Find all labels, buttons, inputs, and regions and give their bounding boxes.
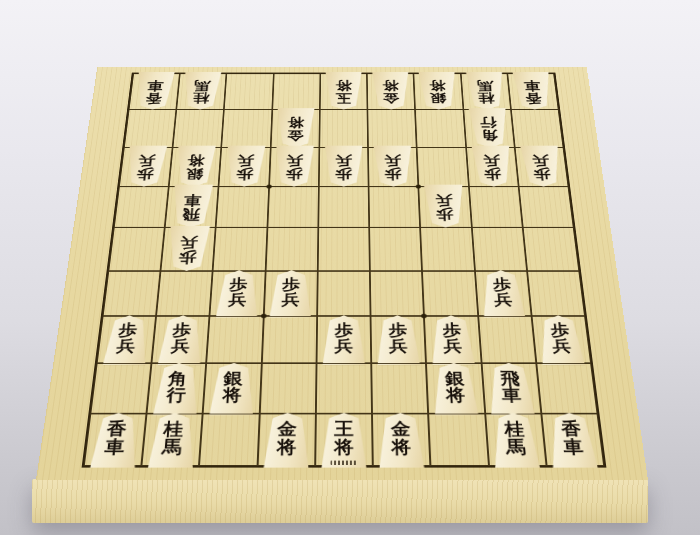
piece-fu-pawn-2f[interactable]: 歩兵 [479, 270, 528, 317]
square-3i[interactable] [428, 413, 488, 466]
square-1f[interactable] [527, 271, 585, 316]
square-6a[interactable] [272, 74, 320, 110]
square-1c[interactable]: 歩兵 [515, 147, 569, 186]
square-1h[interactable] [536, 363, 597, 413]
square-8i[interactable]: 桂馬 [142, 413, 203, 466]
square-3g[interactable]: 歩兵 [424, 316, 481, 363]
square-5h[interactable] [316, 363, 372, 413]
square-4f[interactable] [370, 271, 424, 316]
piece-kanji: 香車 [560, 420, 584, 456]
piece-kanji: 歩兵 [334, 322, 353, 354]
piece-kanji: 香車 [104, 420, 128, 456]
square-9d[interactable] [114, 187, 169, 228]
piece-fu-pawn-2c[interactable]: 歩兵 [469, 146, 514, 187]
square-5e[interactable] [318, 228, 370, 271]
piece-ginsho-silver-7h[interactable]: 銀将 [207, 363, 257, 415]
piece-fu-pawn-1g[interactable]: 歩兵 [536, 315, 587, 365]
piece-kanji: 銀将 [429, 80, 447, 104]
square-7i[interactable] [199, 413, 259, 466]
piece-kanji: 歩兵 [170, 322, 191, 354]
square-2d[interactable] [469, 187, 523, 228]
piece-kyosha-lance-1i[interactable]: 香車 [546, 413, 600, 468]
square-5c[interactable]: 歩兵 [319, 147, 369, 186]
piece-kanji: 歩兵 [236, 154, 254, 181]
board-grid: 香車桂馬玉将金将銀将桂馬香車金将角行歩兵銀将歩兵歩兵歩兵歩兵歩兵歩兵飛車歩兵歩兵… [82, 73, 607, 468]
square-1g[interactable]: 歩兵 [531, 316, 591, 363]
piece-fu-pawn-1c[interactable]: 歩兵 [518, 146, 564, 187]
square-9f[interactable] [103, 271, 161, 316]
piece-kanji: 歩兵 [116, 322, 138, 354]
piece-kanji: 金将 [382, 80, 399, 104]
square-3e[interactable] [420, 228, 474, 271]
piece-kanji: 桂馬 [476, 80, 494, 104]
piece-keima-knight-2i[interactable]: 桂馬 [489, 413, 542, 468]
piece-kanji: 金将 [391, 420, 412, 456]
square-4e[interactable] [369, 228, 422, 271]
square-9e[interactable] [108, 228, 165, 271]
piece-kanji: 王将 [334, 420, 354, 456]
piece-fu-pawn-8g[interactable]: 歩兵 [156, 315, 206, 365]
piece-fu-pawn-6c[interactable]: 歩兵 [273, 146, 316, 187]
piece-kanji: 金将 [287, 116, 304, 142]
piece-kanji: 桂馬 [504, 420, 527, 456]
piece-kanji: 歩兵 [285, 154, 303, 181]
square-9h[interactable] [90, 363, 151, 413]
square-3f[interactable] [422, 271, 478, 316]
piece-hisha-rook-8d[interactable]: 飛車 [169, 185, 215, 228]
square-4g[interactable]: 歩兵 [371, 316, 427, 363]
square-8a[interactable]: 桂馬 [176, 74, 226, 110]
piece-fu-pawn-7c[interactable]: 歩兵 [223, 146, 267, 187]
square-7c[interactable]: 歩兵 [219, 147, 271, 186]
square-8g[interactable]: 歩兵 [152, 316, 210, 363]
square-3h[interactable]: 銀将 [426, 363, 484, 413]
square-8e[interactable]: 歩兵 [161, 228, 216, 271]
piece-kanji: 金将 [277, 420, 298, 456]
square-7d[interactable] [216, 187, 269, 228]
square-6b[interactable]: 金将 [270, 110, 319, 148]
piece-keima-knight-8a[interactable]: 桂馬 [180, 72, 223, 110]
piece-osho-king-5i[interactable]: 王将 [320, 413, 369, 468]
piece-kanji: 歩兵 [442, 322, 462, 354]
square-1d[interactable] [518, 187, 573, 228]
piece-kinsho-gold-6i[interactable]: 金将 [262, 413, 312, 468]
square-2i[interactable]: 桂馬 [485, 413, 547, 466]
piece-kanji: 香車 [523, 80, 542, 104]
square-5f[interactable] [317, 271, 371, 316]
square-1i[interactable]: 香車 [541, 413, 604, 466]
piece-fu-pawn-7f[interactable]: 歩兵 [214, 270, 261, 317]
square-1a[interactable]: 香車 [507, 74, 558, 110]
piece-kanji: 歩兵 [388, 322, 408, 354]
square-5g[interactable]: 歩兵 [316, 316, 371, 363]
square-6g[interactable] [261, 316, 317, 363]
square-7e[interactable] [213, 228, 267, 271]
piece-gyokusho-king-5a[interactable]: 玉将 [324, 72, 364, 110]
piece-kanji: 銀将 [445, 370, 466, 404]
square-5a[interactable]: 玉将 [320, 74, 368, 110]
piece-fu-pawn-6f[interactable]: 歩兵 [268, 270, 314, 317]
square-8h[interactable]: 角行 [147, 363, 207, 413]
piece-kinsho-gold-6b[interactable]: 金将 [274, 108, 316, 147]
piece-kanji: 桂馬 [193, 80, 211, 104]
piece-fu-pawn-5c[interactable]: 歩兵 [323, 146, 365, 187]
square-9i[interactable]: 香車 [84, 413, 147, 466]
piece-kyosha-lance-1a[interactable]: 香車 [511, 72, 555, 110]
square-4b[interactable] [368, 110, 417, 148]
piece-fu-pawn-9g[interactable]: 歩兵 [101, 315, 152, 365]
square-6f[interactable]: 歩兵 [263, 271, 317, 316]
piece-hisha-rook-2h[interactable]: 飛車 [486, 363, 537, 415]
piece-kanji: 歩兵 [136, 154, 156, 181]
piece-kanji: 飛車 [500, 370, 522, 404]
hoshi-dot [416, 185, 421, 189]
piece-kanji: 歩兵 [281, 277, 300, 308]
piece-fu-pawn-8e[interactable]: 歩兵 [165, 226, 212, 271]
piece-fu-pawn-4g[interactable]: 歩兵 [375, 315, 422, 365]
square-3d[interactable]: 歩兵 [419, 187, 472, 228]
square-2e[interactable] [471, 228, 526, 271]
piece-ginsho-silver-3a[interactable]: 銀将 [417, 72, 459, 110]
piece-fu-pawn-3d[interactable]: 歩兵 [422, 185, 467, 228]
square-8f[interactable] [156, 271, 213, 316]
piece-kanji: 銀将 [186, 154, 205, 181]
square-3c[interactable] [417, 147, 469, 186]
square-7a[interactable] [224, 74, 273, 110]
square-2h[interactable]: 飛車 [481, 363, 541, 413]
piece-kanji: 歩兵 [384, 154, 402, 181]
square-3b[interactable] [415, 110, 465, 148]
square-9b[interactable] [124, 110, 176, 148]
square-1e[interactable] [523, 228, 580, 271]
piece-kyosha-lance-9i[interactable]: 香車 [88, 413, 142, 468]
square-6i[interactable]: 金将 [257, 413, 316, 466]
square-9g[interactable]: 歩兵 [97, 316, 157, 363]
square-4i[interactable]: 金将 [372, 413, 431, 466]
square-1b[interactable] [511, 110, 564, 148]
piece-ginsho-silver-3h[interactable]: 銀将 [431, 363, 481, 415]
piece-kanji: 歩兵 [435, 194, 454, 222]
piece-kanji: 角行 [166, 370, 188, 404]
piece-fu-pawn-4c[interactable]: 歩兵 [372, 146, 415, 187]
piece-fu-pawn-3g[interactable]: 歩兵 [428, 315, 477, 365]
square-5d[interactable] [318, 187, 369, 228]
piece-kanji: 歩兵 [178, 235, 198, 264]
square-8d[interactable]: 飛車 [165, 187, 219, 228]
piece-kanji: 歩兵 [335, 154, 352, 181]
maker-mark [331, 461, 357, 465]
square-4d[interactable] [369, 187, 421, 228]
piece-kinsho-gold-4i[interactable]: 金将 [377, 413, 427, 468]
piece-kanji: 角行 [479, 116, 498, 142]
hoshi-dot [421, 314, 427, 319]
square-2b[interactable]: 角行 [463, 110, 515, 148]
square-3a[interactable]: 銀将 [414, 74, 463, 110]
shogi-board: 香車桂馬玉将金将銀将桂馬香車金将角行歩兵銀将歩兵歩兵歩兵歩兵歩兵歩兵飛車歩兵歩兵… [36, 67, 648, 480]
square-2g[interactable] [478, 316, 536, 363]
piece-kanji: 歩兵 [228, 277, 248, 308]
square-7f[interactable]: 歩兵 [210, 271, 265, 316]
piece-kanji: 香車 [145, 80, 164, 104]
square-4h[interactable] [371, 363, 428, 413]
square-2f[interactable]: 歩兵 [475, 271, 532, 316]
piece-kanji: 歩兵 [550, 322, 572, 354]
square-9c[interactable]: 歩兵 [119, 147, 173, 186]
square-6d[interactable] [267, 187, 319, 228]
square-2a[interactable]: 桂馬 [460, 74, 510, 110]
square-6c[interactable]: 歩兵 [269, 147, 319, 186]
piece-kanji: 歩兵 [531, 154, 551, 181]
piece-kanji: 歩兵 [492, 277, 513, 308]
piece-keima-knight-8i[interactable]: 桂馬 [146, 413, 199, 468]
piece-ginsho-silver-8c[interactable]: 銀将 [173, 146, 218, 187]
piece-kanji: 銀将 [222, 370, 243, 404]
square-6h[interactable] [259, 363, 316, 413]
piece-kanji: 歩兵 [482, 154, 501, 181]
piece-fu-pawn-9c[interactable]: 歩兵 [123, 146, 169, 187]
piece-keima-knight-2a[interactable]: 桂馬 [464, 72, 507, 110]
square-8c[interactable]: 銀将 [169, 147, 222, 186]
square-5i[interactable]: 王将 [315, 413, 373, 466]
piece-kanji: 玉将 [335, 80, 351, 104]
square-8b[interactable] [173, 110, 224, 148]
square-7h[interactable]: 銀将 [203, 363, 261, 413]
square-6e[interactable] [265, 228, 318, 271]
piece-kyosha-lance-9a[interactable]: 香車 [133, 72, 177, 110]
piece-kakugyo-bishop-2b[interactable]: 角行 [467, 108, 511, 147]
piece-kakugyo-bishop-8h[interactable]: 角行 [151, 363, 202, 415]
square-7b[interactable] [222, 110, 272, 148]
square-7g[interactable] [207, 316, 264, 363]
piece-kanji: 飛車 [182, 194, 202, 222]
board-front-face [32, 479, 648, 523]
piece-kanji: 桂馬 [161, 420, 184, 456]
square-2c[interactable]: 歩兵 [466, 147, 519, 186]
piece-kinsho-gold-4a[interactable]: 金将 [371, 72, 412, 110]
square-4a[interactable]: 金将 [367, 74, 415, 110]
square-4c[interactable]: 歩兵 [368, 147, 419, 186]
piece-fu-pawn-5g[interactable]: 歩兵 [321, 315, 367, 365]
square-9a[interactable]: 香車 [129, 74, 180, 110]
square-5b[interactable] [319, 110, 368, 148]
